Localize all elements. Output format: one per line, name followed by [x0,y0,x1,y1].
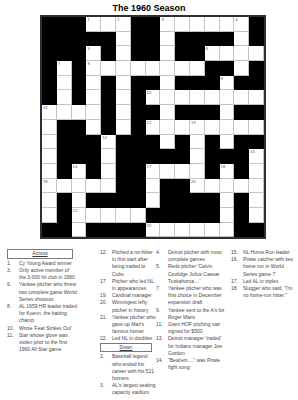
cell-r9-c9[interactable] [160,135,175,150]
clue-number-label: 1. [7,260,19,267]
clue-number-label: 3. [100,382,112,396]
cell-r13-c15[interactable] [249,193,264,208]
clue-text: Detroit manager 'traded' for Indians man… [168,335,228,357]
cell-r8-c14[interactable] [234,120,249,135]
cell-r8-c1[interactable] [42,120,57,135]
cell-r1-c10[interactable] [175,17,190,32]
cell-r12-c3[interactable] [72,179,87,194]
crossword-grid: 12345678910111213141516171819202122 [40,15,266,239]
cell-r2-c6[interactable] [116,32,131,47]
cell-r1-c12[interactable] [205,17,220,32]
clue-column-2: 12.Pitched a no-hitter in first start af… [100,249,156,397]
clue-number: 18 [221,164,226,169]
cell-r1-c13[interactable] [220,17,235,32]
clue: 19.Cardinal manager [100,292,156,299]
cell-r7-c1[interactable]: 11 [42,105,57,120]
cell-r8-c8[interactable]: 12 [146,120,161,135]
clue-number: 14 [102,135,107,140]
clue: 11.Star whose glove was stolen prior to … [7,332,77,354]
cell-r8-c13[interactable] [220,120,235,135]
clue-number: 8 [87,61,89,66]
cell-r9-c8 [146,135,161,150]
cell-r5-c13[interactable]: 9 [220,76,235,91]
cell-r4-c12 [205,61,220,76]
cell-r11-c14 [234,164,249,179]
cell-r7-c12 [205,105,220,120]
cell-r13-c4 [86,193,101,208]
clue-number: 2 [117,17,119,22]
cell-r15-c5 [101,223,116,238]
clue-number-label: 15. [231,249,243,256]
cell-r8-c5 [101,120,116,135]
cell-r7-c8 [146,105,161,120]
clue-number: 19 [43,179,48,184]
cell-r8-c7 [131,120,146,135]
cell-r10-c5[interactable] [101,149,116,164]
cell-r6-c10[interactable] [175,90,190,105]
cell-r13-c1[interactable] [42,193,57,208]
cell-r9-c6 [116,135,131,150]
cell-r11-c13[interactable]: 18 [220,164,235,179]
clue-text: Pirate catcher with key home run in Worl… [243,256,297,278]
cell-r13-c7 [131,193,146,208]
clue-number: 7 [58,61,60,66]
clue-text: Pitched a no-hitter in first start after… [112,249,156,278]
cell-r1-c5[interactable] [101,17,116,32]
cell-r11-c10[interactable] [175,164,190,179]
cell-r4-c2[interactable]: 7 [57,61,72,76]
cell-r1-c7 [131,17,146,32]
cell-r2-c15 [249,32,264,47]
cell-r10-c2 [57,149,72,164]
cell-r3-c15[interactable] [249,46,264,61]
cell-r2-c5 [101,32,116,47]
cell-r11-c8[interactable]: 17 [146,164,161,179]
cell-r14-c14 [234,208,249,223]
clue-number-label: 18. [231,285,243,299]
clue: 11.Giant HOF pitching star signed for $5… [156,321,228,335]
clue-text: Giant HOF pitching star signed for $500 [168,321,228,335]
cell-r9-c5[interactable]: 14 [101,135,116,150]
cell-r6-c9[interactable] [160,90,175,105]
clue-number-label: 22. [100,335,112,342]
cell-r12-c10 [175,179,190,194]
clue-number-label: 13. [156,335,168,357]
clue-number: 3 [161,17,163,22]
cell-r6-c4[interactable] [86,90,101,105]
cell-r3-c1 [42,46,57,61]
clue: 15.NL Home Run leader [231,249,297,256]
clue-text: Cardinal manager [112,292,156,299]
clue-number-label: 16. [231,256,243,278]
cell-r12-c11[interactable]: 20 [190,179,205,194]
cell-r11-c6 [116,164,131,179]
cell-r8-c9[interactable] [160,120,175,135]
clue-number: 13 [191,120,196,125]
clue-text: Wrote 'Fear Strikes Out' [19,325,77,332]
cell-r10-c13 [220,149,235,164]
cell-r5-c9[interactable] [160,76,175,91]
cell-r10-c3 [72,149,87,164]
cell-r3-c10 [175,46,190,61]
clue: 22.Led NL in doubles [100,335,156,342]
clue-column-1: Across1.Cy Young Award winner3.Only acti… [7,249,77,353]
cell-r7-c2[interactable] [57,105,72,120]
cell-r2-c3 [72,32,87,47]
cell-r5-c5 [101,76,116,91]
cell-r9-c15 [249,135,264,150]
cell-r6-c12[interactable] [205,90,220,105]
cell-r8-c12[interactable] [205,120,220,135]
cell-r3-c9[interactable] [160,46,175,61]
cell-r2-c12 [205,32,220,47]
cell-r7-c15 [249,105,264,120]
cell-r15-c6 [116,223,131,238]
cell-r12-c14[interactable] [234,179,249,194]
cell-r7-c7 [131,105,146,120]
cell-r5-c10 [175,76,190,91]
cell-r2-c8 [146,32,161,47]
cell-r9-c1[interactable] [42,135,57,150]
clue-number: 17 [147,164,152,169]
cell-r14-c4[interactable] [86,208,101,223]
cell-r9-c12 [205,135,220,150]
cell-r12-c4[interactable] [86,179,101,194]
cell-r4-c14[interactable] [234,61,249,76]
clue-list-header: Down [100,343,152,353]
clue-text: Baseball legend who ended his career wit… [112,353,156,382]
cell-r3-c7 [131,46,146,61]
cell-r4-c8[interactable] [146,61,161,76]
cell-r7-c13[interactable] [220,105,235,120]
cell-r14-c6[interactable] [116,208,131,223]
cell-r13-c9 [160,193,175,208]
cell-r6-c2[interactable] [57,90,72,105]
cell-r10-c15[interactable]: 15 [249,149,264,164]
cell-r6-c7 [131,90,146,105]
clue: 7.Yankee pitcher who was first choice in… [156,285,228,307]
cell-r1-c4[interactable]: 1 [86,17,101,32]
cell-r12-c8[interactable] [146,179,161,194]
cell-r8-c15[interactable] [249,120,264,135]
clue-number-label: 19. [100,292,112,299]
clue: 14."Beat'em ..." was Pirate fight song [156,357,228,371]
clue-list-header: Across [7,249,73,259]
cell-r8-c10[interactable] [175,120,190,135]
cell-r15-c8[interactable]: 22 [146,223,161,238]
cell-r8-c11[interactable]: 13 [190,120,205,135]
cell-r5-c6[interactable] [116,76,131,91]
cell-r1-c15 [249,17,264,32]
cell-r13-c14 [234,193,249,208]
cell-r14-c10 [175,208,190,223]
cell-r12-c7 [131,179,146,194]
cell-r3-c11 [190,46,205,61]
cell-r10-c12 [205,149,220,164]
cell-r10-c11[interactable] [190,149,205,164]
cell-r2-c13 [220,32,235,47]
cell-r3-c2 [57,46,72,61]
cell-r14-c15[interactable] [249,208,264,223]
clue-text: Led AL in triples [243,278,297,285]
cell-r15-c15 [249,223,264,238]
clue: 17.Pitcher who led NL in appearances [100,278,156,292]
cell-r4-c11[interactable] [190,61,205,76]
cell-r1-c3 [72,17,87,32]
cell-r6-c11[interactable] [190,90,205,105]
clue-column-4: 15.NL Home Run leader16.Pirate catcher w… [231,249,297,299]
clue-number: 9 [221,76,223,81]
cell-r10-c10 [175,149,190,164]
cell-r2-c2 [57,32,72,47]
cell-r9-c11[interactable] [190,135,205,150]
clue-number-label: 17. [231,278,243,285]
cell-r6-c13[interactable] [220,90,235,105]
cell-r2-c14[interactable] [234,32,249,47]
cell-r1-c14[interactable]: 4 [234,17,249,32]
cell-r6-c6[interactable] [116,90,131,105]
cell-r3-c4[interactable]: 5 [86,46,101,61]
clue-text: Reds pitcher 'Calvin Coolidge Julius Cae… [168,263,228,285]
cell-r15-c2 [57,223,72,238]
clue-number-label: 8. [7,303,19,325]
cell-r1-c11[interactable] [190,17,205,32]
cell-r15-c4 [86,223,101,238]
cell-r15-c13[interactable] [220,223,235,238]
cell-r10-c1[interactable] [42,149,57,164]
cell-r13-c3[interactable] [72,193,87,208]
cell-r10-c8 [146,149,161,164]
clue-number-label: 5. [156,263,168,285]
cell-r4-c9[interactable] [160,61,175,76]
cell-r12-c5[interactable] [101,179,116,194]
cell-r7-c11 [190,105,205,120]
cell-r7-c14 [234,105,249,120]
cell-r13-c12 [205,193,220,208]
clue-text: Yankee pitcher who threw two complete ga… [19,281,77,303]
cell-r4-c1 [42,61,57,76]
clue-number-label: 20. [100,299,112,313]
cell-r15-c1 [42,223,57,238]
clue-text: Detroit pitcher with most complete games [168,249,228,263]
cell-r6-c14[interactable] [234,90,249,105]
cell-r7-c6[interactable] [116,105,131,120]
cell-r11-c3[interactable]: 16 [72,164,87,179]
cell-r10-c7 [131,149,146,164]
clue-number-label: 2. [100,353,112,382]
cell-r13-c11 [190,193,205,208]
cell-r11-c9[interactable] [160,164,175,179]
cell-r6-c3 [72,90,87,105]
cell-r5-c12 [205,76,220,91]
clue-text: Yankee pitcher who was first choice in D… [168,285,228,307]
cell-r12-c12[interactable] [205,179,220,194]
cell-r14-c13[interactable] [220,208,235,223]
cell-r6-c5 [101,90,116,105]
cell-r2-c9[interactable] [160,32,175,47]
clue-number-label: 6. [7,281,19,303]
clue-text: Pitcher who led NL in appearances [112,278,156,292]
clue: 2.Baseball legend who ended his career w… [100,353,156,382]
cell-r3-c6[interactable] [116,46,131,61]
clue-number-label: 21. [100,314,112,336]
cell-r13-c13[interactable] [220,193,235,208]
cell-r1-c6[interactable]: 2 [116,17,131,32]
clue-number-label: 4. [156,249,168,263]
clue: 21.Yankee pitcher who gave up Maz's famo… [100,314,156,336]
cell-r15-c12[interactable] [205,223,220,238]
clue: 6.Yankee pitcher who threw two complete … [7,281,77,303]
cell-r13-c8[interactable] [146,193,161,208]
cell-r2-c1 [42,32,57,47]
clue: 3.AL's largest seating capacity stadium [100,382,156,396]
cell-r1-c9[interactable]: 3 [160,17,175,32]
cell-r6-c15[interactable] [249,90,264,105]
cell-r9-c7 [131,135,146,150]
cell-r10-c4 [86,149,101,164]
cell-r5-c4[interactable] [86,76,101,91]
clue-number-label: 14. [156,357,168,371]
cell-r2-c11 [190,32,205,47]
clue-text: Slugger who said, "I'm no home-run hitte… [243,285,297,299]
clue-number-label: 7. [156,285,168,307]
cell-r14-c2 [57,208,72,223]
cell-r4-c6[interactable] [116,61,131,76]
cell-r13-c10 [175,193,190,208]
clue-number: 21 [73,208,78,213]
clue-number: 4 [235,17,237,22]
clue-number-label: 3. [7,267,19,281]
cell-r8-c4[interactable] [86,120,101,135]
cell-r11-c5[interactable] [101,164,116,179]
cell-r8-c6[interactable] [116,120,131,135]
cell-r7-c4[interactable] [86,105,101,120]
cell-r7-c9[interactable] [160,105,175,120]
cell-r1-c2 [57,17,72,32]
cell-r15-c9[interactable] [160,223,175,238]
clue: 3.Only active member of the 3,000 hit cl… [7,267,77,281]
cell-r14-c3[interactable]: 21 [72,208,87,223]
cell-r15-c3[interactable] [72,223,87,238]
clue-number: 6 [206,46,208,51]
clue: 13.Detroit manager 'traded' for Indians … [156,335,228,357]
clue-text: Only active member of the 3,000 hit club… [19,267,77,281]
cell-r15-c11[interactable] [190,223,205,238]
cell-r6-c8[interactable]: 10 [146,90,161,105]
cell-r12-c2[interactable] [57,179,72,194]
cell-r3-c13[interactable] [220,46,235,61]
cell-r5-c8 [146,76,161,91]
cell-r7-c10 [175,105,190,120]
cell-r14-c11 [190,208,205,223]
cell-r4-c3 [72,61,87,76]
cell-r15-c10[interactable] [175,223,190,238]
cell-r4-c5[interactable] [101,61,116,76]
cell-r4-c7[interactable] [131,61,146,76]
cell-r1-c1 [42,17,57,32]
clue-number: 16 [73,164,78,169]
cell-r11-c4 [86,164,101,179]
clue-number: 11 [43,105,47,110]
clue-number-label: 10. [7,325,19,332]
clue: 9.Yankee sent to the A's for Roger Maris [156,307,228,321]
cell-r4-c4[interactable]: 8 [86,61,101,76]
cell-r9-c10 [175,135,190,150]
cell-r2-c10 [175,32,190,47]
cell-r5-c15 [249,76,264,91]
cell-r9-c13[interactable] [220,135,235,150]
clue-text: Yankee pitcher who gave up Maz's famous … [112,314,156,336]
cell-r5-c7 [131,76,146,91]
cell-r11-c15[interactable] [249,164,264,179]
cell-r2-c4 [86,32,101,47]
cell-r11-c11[interactable] [190,164,205,179]
cell-r3-c12[interactable]: 6 [205,46,220,61]
clue-text: Cy Young Award winner [19,260,77,267]
cell-r8-c3 [72,120,87,135]
cell-r7-c3[interactable] [72,105,87,120]
puzzle-title: The 1960 Season [0,3,298,13]
cell-r10-c14 [234,149,249,164]
cell-r12-c15[interactable] [249,179,264,194]
cell-r4-c15 [249,61,264,76]
clue-number: 5 [87,46,89,51]
cell-r4-c10[interactable] [175,61,190,76]
cell-r8-c2 [57,120,72,135]
clue-text: Yankee sent to the A's for Roger Maris [168,307,228,321]
cell-r1-c8 [146,17,161,32]
clue-number: 15 [250,149,255,154]
clue-number: 20 [191,179,196,184]
cell-r15-c7 [131,223,146,238]
cell-r9-c3 [72,135,87,150]
clue-text: Led NL in doubles [112,335,156,342]
cell-r14-c1[interactable] [42,208,57,223]
cell-r6-c1 [42,90,57,105]
cell-r3-c14[interactable] [234,46,249,61]
clue: 20.Winningest lefty pitcher in history [100,299,156,313]
clue-number: 22 [147,223,152,228]
clue: 17.Led AL in triples [231,278,297,285]
clue: 12.Pitched a no-hitter in first start af… [100,249,156,278]
cell-r14-c7[interactable] [131,208,146,223]
cell-r14-c9 [160,208,175,223]
clue-number-label: 17. [100,278,112,292]
cell-r14-c5[interactable] [101,208,116,223]
cell-r12-c6 [116,179,131,194]
cell-r15-c14 [234,223,249,238]
clue-section: Across1.Cy Young Award winner3.Only acti… [0,249,298,400]
clue: 10.Wrote 'Fear Strikes Out' [7,325,77,332]
cell-r5-c2[interactable] [57,76,72,91]
cell-r12-c13[interactable] [220,179,235,194]
cell-r5-c3 [72,76,87,91]
clue-number-label: 9. [156,307,168,321]
cell-r9-c2 [57,135,72,150]
cell-r11-c12 [205,164,220,179]
cell-r12-c1[interactable]: 19 [42,179,57,194]
cell-r9-c14 [234,135,249,150]
cell-r11-c2 [57,164,72,179]
clue-number-label: 12. [100,249,112,278]
cell-r13-c5 [101,193,116,208]
cell-r11-c1[interactable] [42,164,57,179]
clue-number-label: 11. [7,332,19,354]
cell-r3-c8 [146,46,161,61]
cell-r2-c7 [131,32,146,47]
clue-text: Winningest lefty pitcher in history [112,299,156,313]
clue-number-label: 11. [156,321,168,335]
